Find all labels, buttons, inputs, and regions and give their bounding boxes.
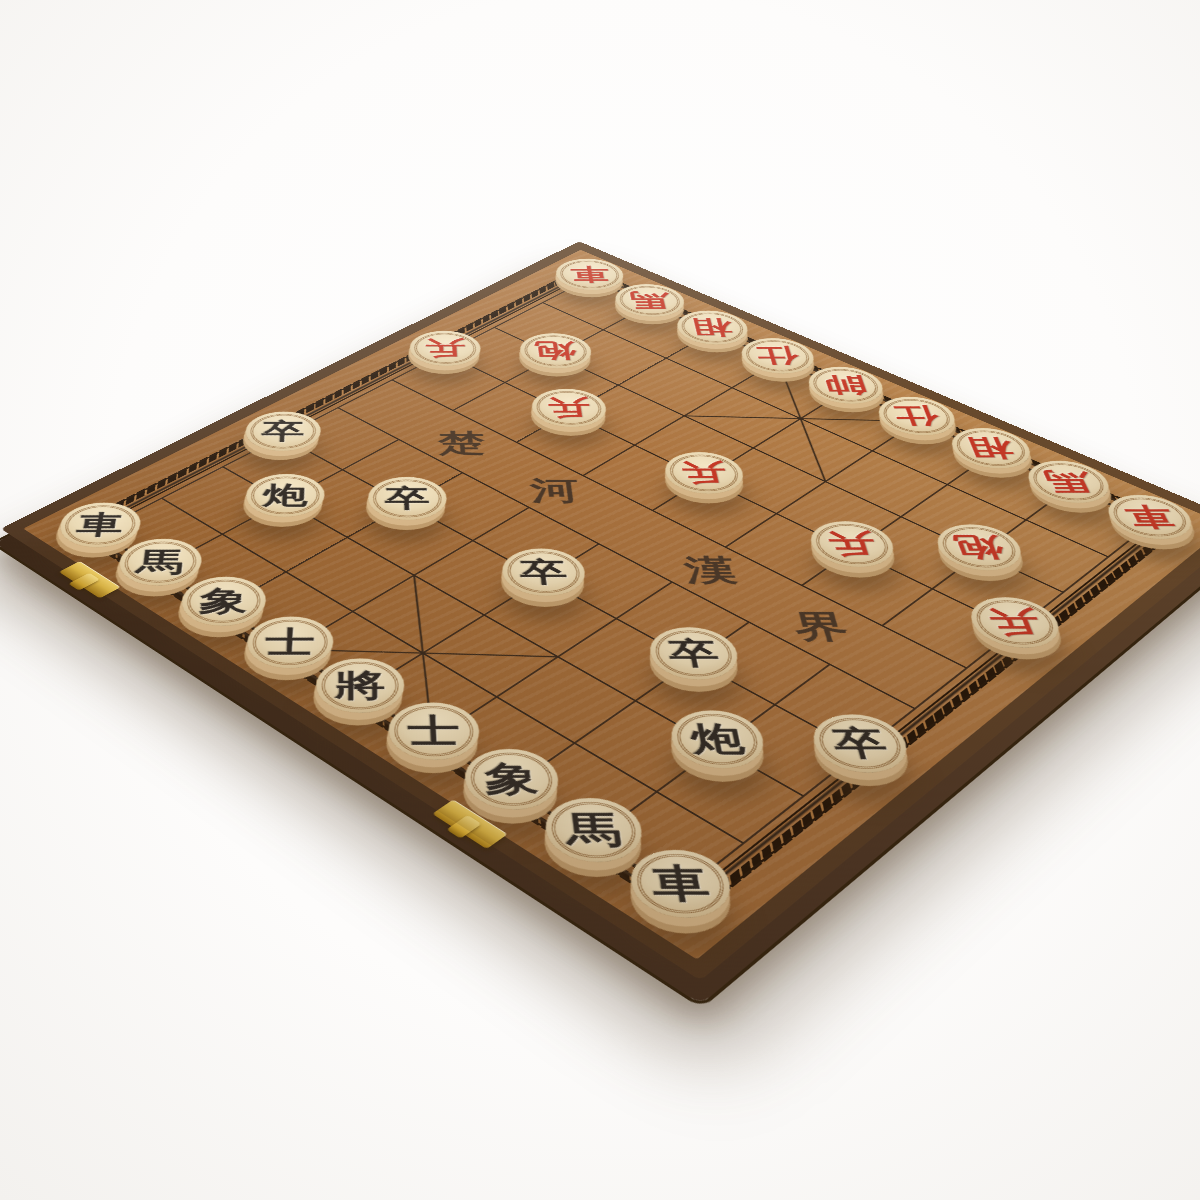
piece-red-soldier[interactable]: 兵	[795, 512, 909, 577]
piece-character: 象	[198, 587, 249, 615]
piece-character: 卒	[261, 420, 305, 443]
piece-character: 兵	[985, 608, 1045, 637]
piece-character: 車	[569, 265, 611, 283]
piece-character: 卒	[385, 486, 431, 511]
piece-red-advisor[interactable]: 仕	[864, 389, 969, 444]
piece-character: 兵	[679, 461, 729, 485]
piece-black-cannon[interactable]: 炮	[230, 465, 341, 526]
piece-character: 仕	[754, 346, 801, 366]
piece-red-cannon[interactable]: 炮	[922, 515, 1037, 580]
piece-character: 兵	[546, 397, 592, 419]
piece-red-soldier[interactable]: 兵	[395, 324, 495, 374]
piece-character: 相	[964, 436, 1018, 459]
piece-character: 車	[1120, 504, 1179, 529]
piece-character: 士	[407, 714, 460, 747]
playing-surface: 楚 河 漢 界 車馬相仕帥仕相馬車炮炮兵兵兵兵兵卒卒卒卒卒炮炮車馬象士將士象馬車	[23, 250, 1200, 960]
piece-black-soldier[interactable]: 卒	[485, 539, 601, 606]
piece-character: 炮	[688, 722, 747, 755]
piece-black-soldier[interactable]: 卒	[795, 703, 924, 785]
piece-character: 兵	[424, 338, 466, 358]
piece-character: 車	[75, 512, 125, 538]
piece-black-soldier[interactable]: 卒	[230, 404, 336, 460]
piece-character: 炮	[951, 534, 1008, 560]
piece-red-soldier[interactable]: 兵	[955, 587, 1075, 659]
piece-character: 馬	[1041, 470, 1097, 494]
piece-character: 士	[265, 627, 316, 657]
piece-character: 卒	[518, 558, 568, 585]
piece-red-cannon[interactable]: 炮	[505, 326, 605, 376]
piece-black-soldier[interactable]: 卒	[632, 617, 754, 691]
piece-black-cannon[interactable]: 炮	[653, 699, 782, 781]
xiangqi-board: 楚 河 漢 界 車馬相仕帥仕相馬車炮炮兵兵兵兵兵卒卒卒卒卒炮炮車馬象士將士象馬車	[1, 241, 1200, 980]
piece-character: 卒	[666, 638, 722, 668]
piece-character: 炮	[534, 341, 578, 361]
piece-character: 帥	[821, 375, 870, 396]
piece-character: 炮	[262, 483, 308, 508]
piece-red-soldier[interactable]: 兵	[649, 444, 758, 503]
piece-character: 兵	[825, 531, 880, 557]
piece-character: 馬	[628, 291, 671, 310]
piece-red-horse[interactable]: 馬	[1013, 452, 1123, 512]
piece-layer: 車馬相仕帥仕相馬車炮炮兵兵兵兵兵卒卒卒卒卒炮炮車馬象士將士象馬車	[36, 255, 1200, 948]
piece-character: 卒	[829, 726, 891, 760]
piece-character: 象	[484, 762, 540, 797]
piece-character: 馬	[135, 548, 185, 575]
piece-character: 仕	[891, 405, 942, 427]
piece-character: 馬	[564, 811, 624, 848]
piece-black-soldier[interactable]: 卒	[352, 468, 463, 529]
piece-red-chariot[interactable]: 車	[1093, 486, 1200, 549]
piece-red-elephant[interactable]: 相	[937, 420, 1044, 477]
piece-character: 將	[335, 670, 386, 701]
photo-scene: 楚 河 漢 界 車馬相仕帥仕相馬車炮炮兵兵兵兵兵卒卒卒卒卒炮炮車馬象士將士象馬車	[0, 0, 1200, 1200]
perspective-stage: 楚 河 漢 界 車馬相仕帥仕相馬車炮炮兵兵兵兵兵卒卒卒卒卒炮炮車馬象士將士象馬車	[0, 0, 1200, 1200]
piece-character: 車	[649, 864, 712, 903]
piece-red-soldier[interactable]: 兵	[517, 381, 621, 435]
piece-character: 相	[690, 318, 735, 338]
